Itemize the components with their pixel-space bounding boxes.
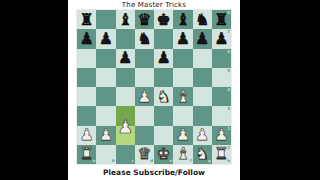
- square-e1[interactable]: ♚e: [154, 145, 173, 164]
- square-b4[interactable]: [96, 87, 115, 106]
- page-title: The Master Tricks: [122, 0, 186, 10]
- coord-label: 5: [227, 69, 230, 73]
- pillarbox-bar-right: [240, 0, 320, 180]
- piece-black-pawn[interactable]: ♟: [156, 50, 170, 66]
- square-a1[interactable]: ♜a: [77, 145, 96, 164]
- square-h6[interactable]: 6: [212, 49, 231, 68]
- piece-black-rook[interactable]: ♜: [214, 12, 228, 28]
- square-g7[interactable]: ♟: [193, 29, 212, 48]
- square-a7[interactable]: ♟: [77, 29, 96, 48]
- piece-black-knight[interactable]: ♞: [137, 31, 151, 47]
- piece-white-rook[interactable]: ♜: [214, 146, 228, 162]
- piece-black-pawn[interactable]: ♟: [118, 50, 132, 66]
- square-d6[interactable]: [135, 49, 154, 68]
- square-g2[interactable]: ♟: [193, 126, 212, 145]
- square-g6[interactable]: [193, 49, 212, 68]
- piece-black-pawn[interactable]: ♟: [214, 31, 228, 47]
- piece-white-pawn[interactable]: ♟: [214, 127, 228, 143]
- piece-white-pawn[interactable]: ♟: [195, 127, 209, 143]
- square-a3[interactable]: [77, 106, 96, 125]
- coord-label: c: [131, 159, 133, 163]
- piece-white-knight[interactable]: ♞: [156, 89, 170, 105]
- square-h3[interactable]: 3: [212, 106, 231, 125]
- piece-white-pawn[interactable]: ♟: [117, 118, 133, 136]
- square-g3[interactable]: [193, 106, 212, 125]
- coord-label: 6: [227, 50, 230, 54]
- square-e7[interactable]: [154, 29, 173, 48]
- square-f2[interactable]: ♟: [173, 126, 192, 145]
- square-a5[interactable]: [77, 68, 96, 87]
- square-f8[interactable]: ♝: [173, 10, 192, 29]
- coord-label: b: [112, 159, 115, 163]
- square-b2[interactable]: ♟: [96, 126, 115, 145]
- square-h2[interactable]: ♟2: [212, 126, 231, 145]
- square-h1[interactable]: ♜1h: [212, 145, 231, 164]
- piece-white-knight[interactable]: ♞: [195, 146, 209, 162]
- square-g8[interactable]: ♞: [193, 10, 212, 29]
- square-c4[interactable]: [116, 87, 135, 106]
- square-g4[interactable]: [193, 87, 212, 106]
- square-d2[interactable]: [135, 126, 154, 145]
- square-e2[interactable]: [154, 126, 173, 145]
- square-d8[interactable]: ♛: [135, 10, 154, 29]
- square-b1[interactable]: b: [96, 145, 115, 164]
- square-b6[interactable]: [96, 49, 115, 68]
- square-f5[interactable]: [173, 68, 192, 87]
- square-a6[interactable]: [77, 49, 96, 68]
- piece-black-king[interactable]: ♚: [156, 12, 170, 28]
- piece-white-pawn[interactable]: ♟: [137, 89, 151, 105]
- square-f1[interactable]: ♝f: [173, 145, 192, 164]
- coord-label: 4: [227, 88, 230, 92]
- square-c5[interactable]: [116, 68, 135, 87]
- pillarbox-bar-left: [0, 0, 68, 180]
- square-h8[interactable]: ♜8: [212, 10, 231, 29]
- square-a4[interactable]: [77, 87, 96, 106]
- chess-board[interactable]: ♜♝♛♚♝♞♜8♟♟♞♟♟♟7♟♟65♟♞♝4♟3♟♟♟♟♟2♜abc♛d♚e♝…: [77, 10, 231, 164]
- square-e4[interactable]: ♞: [154, 87, 173, 106]
- square-c7[interactable]: [116, 29, 135, 48]
- square-g1[interactable]: ♞g: [193, 145, 212, 164]
- square-f4[interactable]: ♝: [173, 87, 192, 106]
- piece-black-pawn[interactable]: ♟: [79, 31, 93, 47]
- video-stage: The Master Tricks ♜♝♛♚♝♞♜8♟♟♞♟♟♟7♟♟65♟♞♝…: [68, 0, 240, 180]
- square-b7[interactable]: ♟: [96, 29, 115, 48]
- square-c3[interactable]: ♟: [116, 106, 135, 125]
- square-b8[interactable]: [96, 10, 115, 29]
- piece-white-bishop[interactable]: ♝: [176, 146, 190, 162]
- square-d1[interactable]: ♛d: [135, 145, 154, 164]
- square-c8[interactable]: ♝: [116, 10, 135, 29]
- piece-white-bishop[interactable]: ♝: [176, 89, 190, 105]
- piece-black-rook[interactable]: ♜: [79, 12, 93, 28]
- square-h5[interactable]: 5: [212, 68, 231, 87]
- square-h7[interactable]: ♟7: [212, 29, 231, 48]
- piece-black-queen[interactable]: ♛: [137, 12, 151, 28]
- square-e8[interactable]: ♚: [154, 10, 173, 29]
- piece-white-pawn[interactable]: ♟: [176, 127, 190, 143]
- square-d5[interactable]: [135, 68, 154, 87]
- square-e5[interactable]: [154, 68, 173, 87]
- square-b3[interactable]: [96, 106, 115, 125]
- square-a2[interactable]: ♟: [77, 126, 96, 145]
- square-d4[interactable]: ♟: [135, 87, 154, 106]
- piece-white-rook[interactable]: ♜: [79, 146, 93, 162]
- piece-black-pawn[interactable]: ♟: [99, 31, 113, 47]
- piece-white-king[interactable]: ♚: [156, 146, 170, 162]
- subscribe-cta: Please Subscribe/Follow: [103, 166, 205, 178]
- square-b5[interactable]: [96, 68, 115, 87]
- square-f6[interactable]: [173, 49, 192, 68]
- piece-white-pawn[interactable]: ♟: [79, 127, 93, 143]
- piece-black-bishop[interactable]: ♝: [176, 12, 190, 28]
- piece-black-pawn[interactable]: ♟: [176, 31, 190, 47]
- square-e6[interactable]: ♟: [154, 49, 173, 68]
- square-g5[interactable]: [193, 68, 212, 87]
- square-f3[interactable]: [173, 106, 192, 125]
- square-d3[interactable]: [135, 106, 154, 125]
- square-c1[interactable]: c: [116, 145, 135, 164]
- square-h4[interactable]: 4: [212, 87, 231, 106]
- square-d7[interactable]: ♞: [135, 29, 154, 48]
- coord-label: 3: [227, 107, 230, 111]
- square-f7[interactable]: ♟: [173, 29, 192, 48]
- piece-black-knight[interactable]: ♞: [195, 12, 209, 28]
- square-e3[interactable]: [154, 106, 173, 125]
- piece-white-queen[interactable]: ♛: [137, 146, 151, 162]
- square-a8[interactable]: ♜: [77, 10, 96, 29]
- piece-black-bishop[interactable]: ♝: [118, 12, 132, 28]
- piece-white-pawn[interactable]: ♟: [99, 127, 113, 143]
- square-c6[interactable]: ♟: [116, 49, 135, 68]
- piece-black-pawn[interactable]: ♟: [195, 31, 209, 47]
